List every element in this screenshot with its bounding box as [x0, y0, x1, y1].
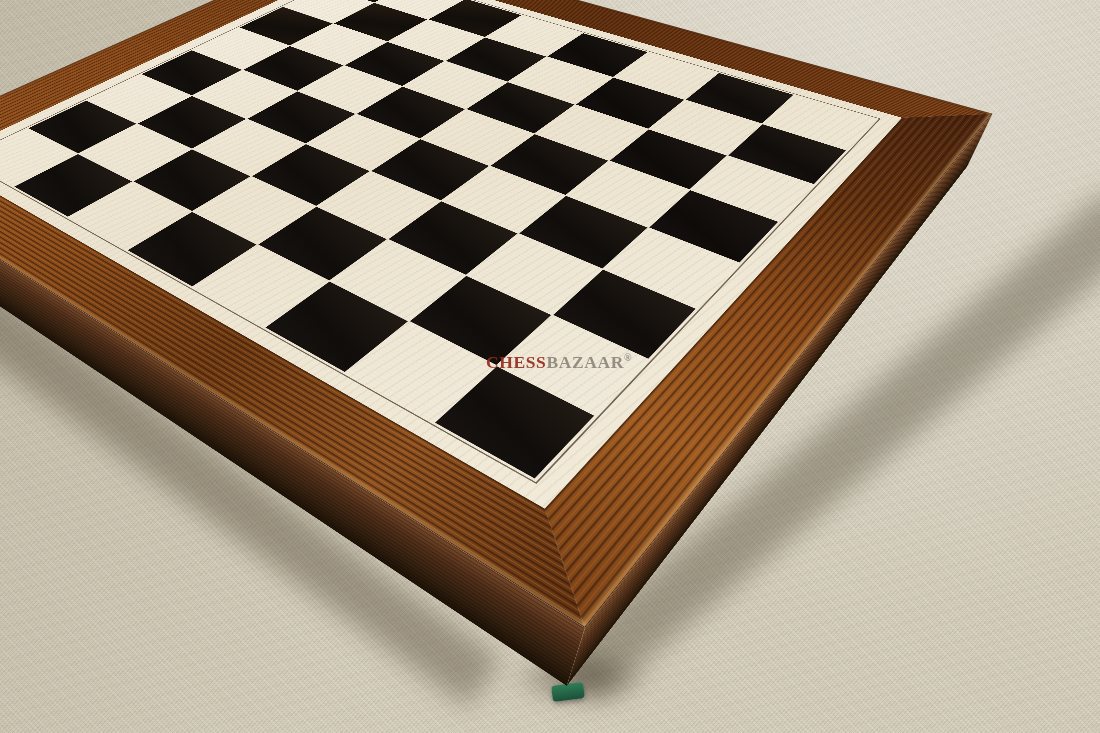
registered-trademark-icon: ®: [624, 352, 631, 363]
watermark: CHESSBAZAAR®: [486, 352, 631, 373]
watermark-brand-prefix: CHESS: [486, 352, 546, 372]
product-photo: CHESSBAZAAR®: [0, 0, 1100, 733]
chess-board: [0, 0, 992, 628]
watermark-brand-suffix: BAZAAR: [546, 352, 624, 372]
